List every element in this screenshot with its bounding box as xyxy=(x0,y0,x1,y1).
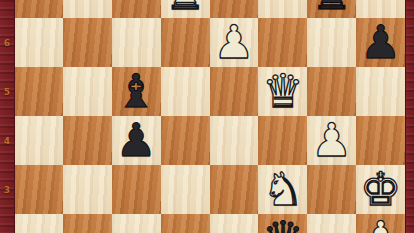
square-b6[interactable] xyxy=(63,18,112,67)
piece-white-pawn-g4: ♟ xyxy=(307,116,356,165)
square-f4[interactable] xyxy=(258,116,307,165)
square-h2[interactable]: ♟ xyxy=(356,214,405,233)
square-d4[interactable] xyxy=(161,116,210,165)
square-d6[interactable] xyxy=(161,18,210,67)
piece-white-king-h3: ♚ xyxy=(356,165,405,214)
square-f3[interactable]: ♞ xyxy=(258,165,307,214)
square-h7[interactable] xyxy=(356,0,405,18)
square-e5[interactable] xyxy=(210,67,259,116)
square-g2[interactable] xyxy=(307,214,356,233)
piece-black-pawn-c4: ♟ xyxy=(112,116,161,165)
square-d3[interactable] xyxy=(161,165,210,214)
square-c2[interactable] xyxy=(112,214,161,233)
chess-board: ♜♜♟♟♝♛♟♟♞♚♛♟ xyxy=(14,0,405,233)
board-border-left xyxy=(0,0,15,233)
square-e4[interactable] xyxy=(210,116,259,165)
piece-white-pawn-h2: ♟ xyxy=(356,214,405,233)
square-d5[interactable] xyxy=(161,67,210,116)
square-g5[interactable] xyxy=(307,67,356,116)
piece-black-rook-g7: ♜ xyxy=(307,0,356,18)
rank-label-4: 4 xyxy=(0,136,14,146)
square-c5[interactable]: ♝ xyxy=(112,67,161,116)
piece-white-knight-f3: ♞ xyxy=(258,165,307,214)
piece-white-queen-f5: ♛ xyxy=(258,67,307,116)
square-g6[interactable] xyxy=(307,18,356,67)
square-c6[interactable] xyxy=(112,18,161,67)
square-e7[interactable] xyxy=(210,0,259,18)
square-h4[interactable] xyxy=(356,116,405,165)
square-f7[interactable] xyxy=(258,0,307,18)
square-b3[interactable] xyxy=(63,165,112,214)
square-a2[interactable] xyxy=(14,214,63,233)
square-a7[interactable] xyxy=(14,0,63,18)
board-border-right xyxy=(405,0,414,233)
square-b2[interactable] xyxy=(63,214,112,233)
square-g4[interactable]: ♟ xyxy=(307,116,356,165)
square-b7[interactable] xyxy=(63,0,112,18)
square-f2[interactable]: ♛ xyxy=(258,214,307,233)
rank-label-6: 6 xyxy=(0,38,14,48)
piece-white-pawn-e6: ♟ xyxy=(210,18,259,67)
square-h3[interactable]: ♚ xyxy=(356,165,405,214)
square-h6[interactable]: ♟ xyxy=(356,18,405,67)
square-g7[interactable]: ♜ xyxy=(307,0,356,18)
piece-white-rook-d7: ♜ xyxy=(161,0,210,18)
square-c3[interactable] xyxy=(112,165,161,214)
square-c7[interactable] xyxy=(112,0,161,18)
square-f6[interactable] xyxy=(258,18,307,67)
square-e6[interactable]: ♟ xyxy=(210,18,259,67)
square-f5[interactable]: ♛ xyxy=(258,67,307,116)
square-d7[interactable]: ♜ xyxy=(161,0,210,18)
rank-label-5: 5 xyxy=(0,87,14,97)
square-e3[interactable] xyxy=(210,165,259,214)
chess-board-screenshot: ♜♜♟♟♝♛♟♟♞♚♛♟ 6543 xyxy=(0,0,414,233)
square-d2[interactable] xyxy=(161,214,210,233)
square-a5[interactable] xyxy=(14,67,63,116)
square-a6[interactable] xyxy=(14,18,63,67)
square-b4[interactable] xyxy=(63,116,112,165)
square-e2[interactable] xyxy=(210,214,259,233)
piece-black-queen-f2: ♛ xyxy=(258,214,307,233)
piece-black-bishop-c5: ♝ xyxy=(112,67,161,116)
square-g3[interactable] xyxy=(307,165,356,214)
square-c4[interactable]: ♟ xyxy=(112,116,161,165)
square-a4[interactable] xyxy=(14,116,63,165)
square-h5[interactable] xyxy=(356,67,405,116)
square-a3[interactable] xyxy=(14,165,63,214)
piece-black-pawn-h6: ♟ xyxy=(356,18,405,67)
rank-label-3: 3 xyxy=(0,185,14,195)
square-b5[interactable] xyxy=(63,67,112,116)
